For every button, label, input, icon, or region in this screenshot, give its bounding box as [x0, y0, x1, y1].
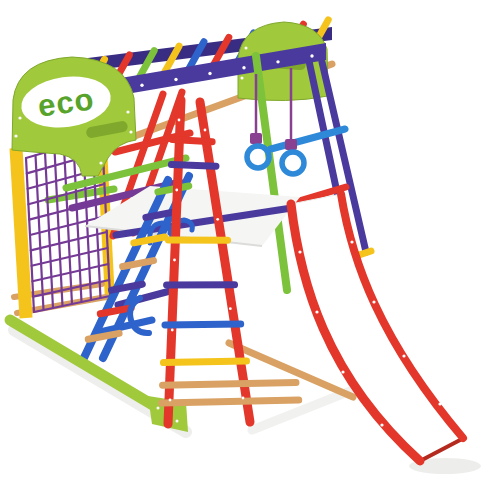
rung: [172, 139, 212, 141]
screw-dot: [380, 423, 383, 426]
rung: [163, 383, 296, 386]
screw-dot: [126, 110, 129, 113]
screw-dot: [350, 240, 353, 243]
screw-dot: [245, 47, 248, 50]
rung: [163, 361, 246, 362]
screw-dot: [171, 329, 174, 332]
screw-dot: [242, 397, 245, 400]
screw-dot: [175, 189, 178, 192]
screw-dot: [178, 119, 181, 122]
screw-dot: [229, 307, 232, 310]
ring-buckle-2: [285, 139, 297, 150]
play-gym-scene: eco: [0, 0, 500, 500]
screw-dot: [173, 259, 176, 262]
screw-dot: [315, 310, 318, 313]
rung: [165, 324, 241, 325]
screw-dot: [298, 250, 301, 253]
screw-dot: [99, 161, 102, 164]
screw-dot: [14, 134, 17, 137]
screw-dot: [176, 420, 179, 423]
screw-dot: [402, 354, 405, 357]
screw-dot: [216, 218, 219, 221]
screw-dot: [241, 77, 244, 80]
rung: [162, 400, 299, 403]
screw-dot: [174, 78, 177, 81]
screw-dot: [242, 66, 245, 69]
ring-buckle-1: [250, 133, 262, 144]
screw-dot: [276, 60, 279, 63]
screw-dot: [157, 407, 160, 410]
screw-dot: [208, 72, 211, 75]
screw-dot: [169, 399, 172, 402]
screw-dot: [18, 116, 21, 119]
screw-dot: [204, 129, 207, 132]
screw-dot: [438, 402, 441, 405]
screw-dot: [129, 130, 132, 133]
screw-dot: [310, 54, 313, 57]
screw-dot: [341, 370, 344, 373]
product-photo: eco: [0, 0, 500, 500]
screw-dot: [140, 84, 143, 87]
screw-dot: [372, 300, 375, 303]
rung: [171, 165, 216, 167]
